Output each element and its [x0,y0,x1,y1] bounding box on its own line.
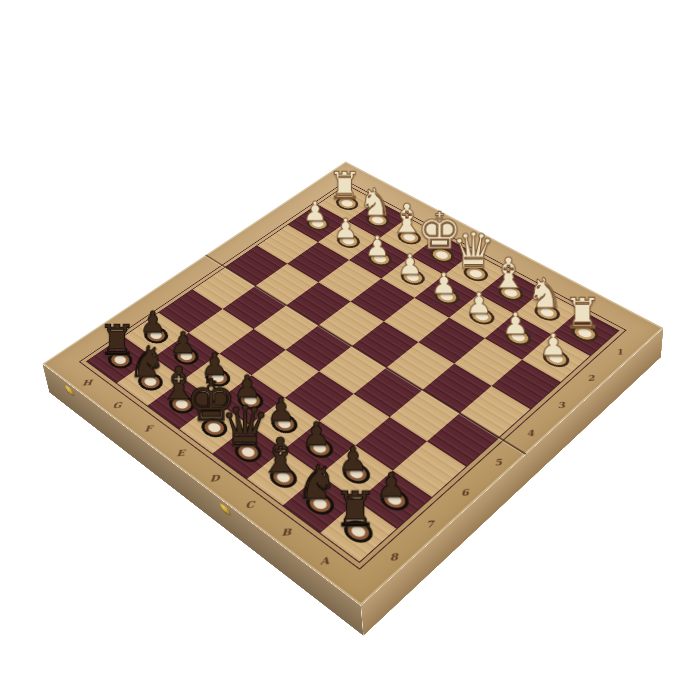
file-label: A [320,555,329,566]
file-label: F [144,424,152,433]
rank-label: 8 [390,551,399,562]
file-label: C [245,499,254,509]
rank-label: 1 [615,348,624,356]
file-label: H [81,378,92,387]
file-label: E [176,448,185,457]
rank-label: 7 [426,519,435,529]
photo-scene: HGFEDCBA12345678 ♜♞♝♛♚♝♞♜♟♟♟♟♟♟♟♟♟♟♟♟♟♟♟… [0,0,700,700]
rank-label: 6 [461,487,470,497]
file-label: G [112,401,122,410]
rank-label: 4 [526,428,535,437]
product-photo-stage: HGFEDCBA12345678 ♜♞♝♛♚♝♞♜♟♟♟♟♟♟♟♟♟♟♟♟♟♟♟… [0,0,700,700]
piece-glyph: ♜ [309,485,401,533]
rank-label: 3 [557,400,566,409]
rank-label: 5 [494,457,503,467]
file-label: D [209,473,219,483]
chess-board-box: HGFEDCBA12345678 ♜♞♝♛♚♝♞♜♟♟♟♟♟♟♟♟♟♟♟♟♟♟♟… [42,162,663,606]
rank-label: 2 [587,374,596,383]
file-label: B [281,527,291,538]
piece-glyph: ♟ [513,329,595,360]
